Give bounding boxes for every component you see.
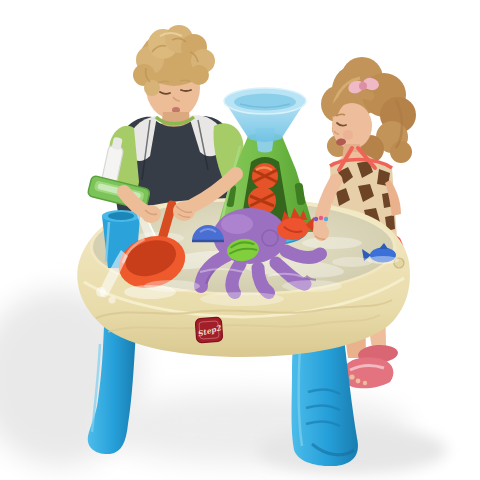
octopus-highlight: [221, 214, 253, 234]
photo-canvas: Step2: [0, 0, 480, 480]
toe: [349, 374, 354, 379]
hair-curl: [189, 65, 209, 85]
hair-curl: [144, 80, 160, 96]
product-photo: Step2: [0, 0, 480, 480]
reflection: [302, 237, 362, 249]
bracelet-bead: [324, 217, 328, 221]
toe: [363, 381, 367, 385]
sparkle: [144, 280, 200, 292]
tentacle-tip: [315, 248, 327, 260]
fish-ripple: [367, 256, 399, 264]
sparkle: [282, 280, 342, 292]
sparkle: [200, 292, 284, 306]
hair-curl: [390, 141, 412, 163]
girl-blush: [343, 130, 353, 140]
toe: [356, 379, 361, 384]
splash-drop: [96, 287, 106, 297]
splash-drop: [109, 297, 116, 304]
bracelet-bead: [319, 216, 323, 220]
bow-knot: [359, 82, 367, 90]
tentacle: [286, 251, 320, 258]
sandal-front: [343, 357, 394, 388]
sparkle: [332, 257, 372, 267]
bracelet-bead: [314, 217, 318, 221]
boy-eye-right: [181, 90, 191, 91]
cup-opening: [108, 212, 134, 220]
boy-hair: [133, 25, 215, 96]
step2-badge: Step2: [195, 317, 223, 343]
